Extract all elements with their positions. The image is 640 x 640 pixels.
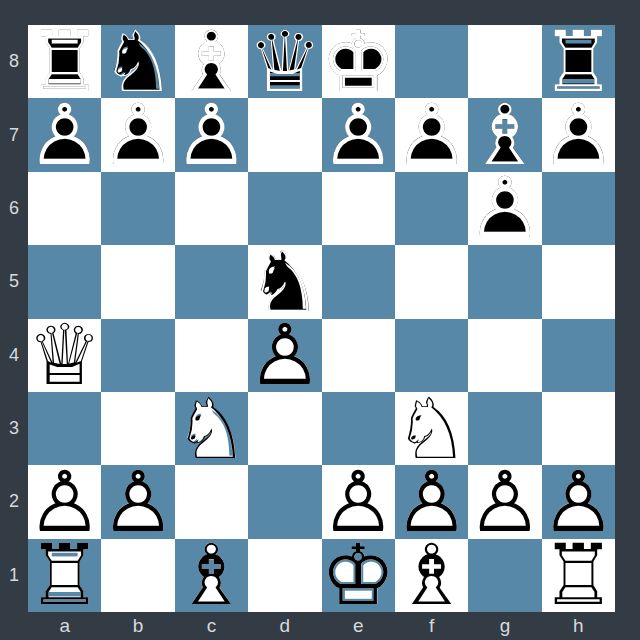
piece-outline-glyph: ♗ (175, 539, 248, 612)
square-h3[interactable] (542, 392, 615, 465)
square-a6[interactable] (28, 172, 101, 245)
piece-fill-glyph: ♟ (395, 465, 468, 538)
square-b3[interactable] (101, 392, 174, 465)
square-g2[interactable]: ♟♙ (468, 465, 541, 538)
file-label-f: f (395, 612, 468, 640)
piece-outline-glyph: ♙ (542, 98, 615, 171)
square-c6[interactable] (175, 172, 248, 245)
rank-label-6: 6 (0, 172, 28, 245)
piece-white-pawn-e2[interactable]: ♟♙ (322, 465, 395, 538)
square-h5[interactable] (542, 245, 615, 318)
piece-outline-glyph: ♕ (248, 25, 321, 98)
rank-label-7: 7 (0, 98, 28, 171)
file-label-b: b (101, 612, 174, 640)
square-d5[interactable]: ♞♘ (248, 245, 321, 318)
piece-outline-glyph: ♙ (175, 98, 248, 171)
piece-black-rook-h8[interactable]: ♜♖ (542, 25, 615, 98)
square-a7[interactable]: ♟♙ (28, 98, 101, 171)
piece-black-bishop-c8[interactable]: ♝♗ (175, 25, 248, 98)
piece-fill-glyph: ♝ (395, 539, 468, 612)
square-f2[interactable]: ♟♙ (395, 465, 468, 538)
square-b5[interactable] (101, 245, 174, 318)
piece-fill-glyph: ♟ (248, 319, 321, 392)
square-d3[interactable] (248, 392, 321, 465)
square-f4[interactable] (395, 319, 468, 392)
piece-outline-glyph: ♙ (101, 98, 174, 171)
piece-white-pawn-f2[interactable]: ♟♙ (395, 465, 468, 538)
piece-fill-glyph: ♟ (175, 98, 248, 171)
rank-label-5: 5 (0, 245, 28, 318)
chess-board-page: 87654321 ♜♖♞♘♝♗♛♕♚♔♜♖♟♙♟♙♟♙♟♙♟♙♝♗♟♙♟♙♞♘♛… (0, 0, 640, 640)
square-g6[interactable]: ♟♙ (468, 172, 541, 245)
piece-black-pawn-f7[interactable]: ♟♙ (395, 98, 468, 171)
piece-black-rook-a8[interactable]: ♜♖ (28, 25, 101, 98)
square-g7[interactable]: ♝♗ (468, 98, 541, 171)
piece-fill-glyph: ♜ (28, 25, 101, 98)
piece-fill-glyph: ♛ (248, 25, 321, 98)
square-h7[interactable]: ♟♙ (542, 98, 615, 171)
piece-black-pawn-c7[interactable]: ♟♙ (175, 98, 248, 171)
square-a5[interactable] (28, 245, 101, 318)
square-f8[interactable] (395, 25, 468, 98)
square-h6[interactable] (542, 172, 615, 245)
square-g4[interactable] (468, 319, 541, 392)
piece-fill-glyph: ♚ (322, 539, 395, 612)
piece-fill-glyph: ♛ (28, 319, 101, 392)
file-label-e: e (322, 612, 395, 640)
square-e8[interactable]: ♚♔ (322, 25, 395, 98)
square-a3[interactable] (28, 392, 101, 465)
piece-black-pawn-a7[interactable]: ♟♙ (28, 98, 101, 171)
square-h4[interactable] (542, 319, 615, 392)
square-e6[interactable] (322, 172, 395, 245)
rank-label-2: 2 (0, 465, 28, 538)
piece-outline-glyph: ♙ (28, 465, 101, 538)
piece-fill-glyph: ♞ (175, 392, 248, 465)
square-f3[interactable]: ♞♘ (395, 392, 468, 465)
piece-black-knight-d5[interactable]: ♞♘ (248, 245, 321, 318)
piece-fill-glyph: ♟ (395, 98, 468, 171)
piece-black-king-e8[interactable]: ♚♔ (322, 25, 395, 98)
piece-outline-glyph: ♗ (468, 98, 541, 171)
piece-outline-glyph: ♙ (395, 98, 468, 171)
square-h2[interactable]: ♟♙ (542, 465, 615, 538)
file-labels: abcdefgh (28, 612, 615, 640)
piece-fill-glyph: ♟ (28, 98, 101, 171)
square-e7[interactable]: ♟♙ (322, 98, 395, 171)
rank-label-3: 3 (0, 392, 28, 465)
piece-fill-glyph: ♟ (322, 98, 395, 171)
square-f7[interactable]: ♟♙ (395, 98, 468, 171)
piece-white-pawn-h2[interactable]: ♟♙ (542, 465, 615, 538)
piece-fill-glyph: ♟ (542, 465, 615, 538)
square-c5[interactable] (175, 245, 248, 318)
square-g3[interactable] (468, 392, 541, 465)
piece-outline-glyph: ♙ (395, 465, 468, 538)
square-d2[interactable] (248, 465, 321, 538)
rank-label-4: 4 (0, 319, 28, 392)
file-label-a: a (28, 612, 101, 640)
piece-outline-glyph: ♘ (175, 392, 248, 465)
piece-black-queen-d8[interactable]: ♛♕ (248, 25, 321, 98)
piece-black-pawn-b7[interactable]: ♟♙ (101, 98, 174, 171)
rank-labels: 87654321 (0, 25, 28, 612)
square-a8[interactable]: ♜♖ (28, 25, 101, 98)
piece-white-pawn-d4[interactable]: ♟♙ (248, 319, 321, 392)
piece-fill-glyph: ♚ (322, 25, 395, 98)
piece-outline-glyph: ♔ (322, 25, 395, 98)
square-c8[interactable]: ♝♗ (175, 25, 248, 98)
square-a1[interactable]: ♜♖ (28, 539, 101, 612)
piece-fill-glyph: ♜ (28, 539, 101, 612)
piece-fill-glyph: ♟ (468, 465, 541, 538)
square-c3[interactable]: ♞♘ (175, 392, 248, 465)
piece-fill-glyph: ♟ (28, 465, 101, 538)
chess-board: ♜♖♞♘♝♗♛♕♚♔♜♖♟♙♟♙♟♙♟♙♟♙♝♗♟♙♟♙♞♘♛♕♟♙♞♘♞♘♟♙… (28, 25, 615, 612)
square-e4[interactable] (322, 319, 395, 392)
square-c2[interactable] (175, 465, 248, 538)
piece-outline-glyph: ♙ (28, 98, 101, 171)
piece-black-pawn-e7[interactable]: ♟♙ (322, 98, 395, 171)
piece-outline-glyph: ♙ (542, 465, 615, 538)
piece-white-king-e1[interactable]: ♚♔ (322, 539, 395, 612)
square-b8[interactable]: ♞♘ (101, 25, 174, 98)
piece-outline-glyph: ♗ (395, 539, 468, 612)
piece-fill-glyph: ♜ (542, 539, 615, 612)
square-b4[interactable] (101, 319, 174, 392)
square-d1[interactable] (248, 539, 321, 612)
square-e2[interactable]: ♟♙ (322, 465, 395, 538)
square-b6[interactable] (101, 172, 174, 245)
piece-fill-glyph: ♝ (175, 25, 248, 98)
piece-outline-glyph: ♙ (248, 319, 321, 392)
piece-outline-glyph: ♔ (322, 539, 395, 612)
square-a4[interactable]: ♛♕ (28, 319, 101, 392)
square-g1[interactable] (468, 539, 541, 612)
piece-black-pawn-h7[interactable]: ♟♙ (542, 98, 615, 171)
square-c4[interactable] (175, 319, 248, 392)
piece-outline-glyph: ♖ (542, 25, 615, 98)
piece-outline-glyph: ♖ (28, 25, 101, 98)
piece-outline-glyph: ♖ (28, 539, 101, 612)
piece-outline-glyph: ♙ (468, 172, 541, 245)
piece-fill-glyph: ♟ (542, 98, 615, 171)
piece-outline-glyph: ♘ (248, 245, 321, 318)
square-c1[interactable]: ♝♗ (175, 539, 248, 612)
piece-outline-glyph: ♘ (395, 392, 468, 465)
piece-white-pawn-b2[interactable]: ♟♙ (101, 465, 174, 538)
piece-black-knight-b8[interactable]: ♞♘ (101, 25, 174, 98)
file-label-c: c (175, 612, 248, 640)
square-f1[interactable]: ♝♗ (395, 539, 468, 612)
square-e5[interactable] (322, 245, 395, 318)
piece-outline-glyph: ♗ (175, 25, 248, 98)
piece-outline-glyph: ♙ (322, 465, 395, 538)
piece-outline-glyph: ♙ (468, 465, 541, 538)
piece-fill-glyph: ♞ (101, 25, 174, 98)
square-g5[interactable] (468, 245, 541, 318)
piece-black-bishop-g7[interactable]: ♝♗ (468, 98, 541, 171)
piece-outline-glyph: ♖ (542, 539, 615, 612)
square-e1[interactable]: ♚♔ (322, 539, 395, 612)
piece-fill-glyph: ♟ (468, 172, 541, 245)
square-d4[interactable]: ♟♙ (248, 319, 321, 392)
piece-white-rook-h1[interactable]: ♜♖ (542, 539, 615, 612)
square-h1[interactable]: ♜♖ (542, 539, 615, 612)
piece-white-pawn-g2[interactable]: ♟♙ (468, 465, 541, 538)
square-d8[interactable]: ♛♕ (248, 25, 321, 98)
piece-white-queen-a4[interactable]: ♛♕ (28, 319, 101, 392)
piece-fill-glyph: ♝ (175, 539, 248, 612)
square-b2[interactable]: ♟♙ (101, 465, 174, 538)
square-d6[interactable] (248, 172, 321, 245)
piece-fill-glyph: ♜ (542, 25, 615, 98)
piece-fill-glyph: ♞ (248, 245, 321, 318)
square-a2[interactable]: ♟♙ (28, 465, 101, 538)
piece-fill-glyph: ♞ (395, 392, 468, 465)
square-b7[interactable]: ♟♙ (101, 98, 174, 171)
square-f5[interactable] (395, 245, 468, 318)
piece-white-bishop-f1[interactable]: ♝♗ (395, 539, 468, 612)
file-label-h: h (542, 612, 615, 640)
rank-label-1: 1 (0, 539, 28, 612)
piece-fill-glyph: ♟ (322, 465, 395, 538)
piece-white-bishop-c1[interactable]: ♝♗ (175, 539, 248, 612)
piece-outline-glyph: ♙ (322, 98, 395, 171)
square-f6[interactable] (395, 172, 468, 245)
square-d7[interactable] (248, 98, 321, 171)
square-b1[interactable] (101, 539, 174, 612)
piece-outline-glyph: ♙ (101, 465, 174, 538)
square-c7[interactable]: ♟♙ (175, 98, 248, 171)
rank-label-8: 8 (0, 25, 28, 98)
square-h8[interactable]: ♜♖ (542, 25, 615, 98)
file-label-d: d (248, 612, 321, 640)
piece-outline-glyph: ♕ (28, 319, 101, 392)
square-e3[interactable] (322, 392, 395, 465)
piece-white-knight-c3[interactable]: ♞♘ (175, 392, 248, 465)
file-label-g: g (468, 612, 541, 640)
square-g8[interactable] (468, 25, 541, 98)
piece-fill-glyph: ♟ (101, 98, 174, 171)
piece-fill-glyph: ♟ (101, 465, 174, 538)
piece-black-pawn-g6[interactable]: ♟♙ (468, 172, 541, 245)
piece-fill-glyph: ♝ (468, 98, 541, 171)
piece-outline-glyph: ♘ (101, 25, 174, 98)
piece-white-rook-a1[interactable]: ♜♖ (28, 539, 101, 612)
piece-white-knight-f3[interactable]: ♞♘ (395, 392, 468, 465)
piece-white-pawn-a2[interactable]: ♟♙ (28, 465, 101, 538)
